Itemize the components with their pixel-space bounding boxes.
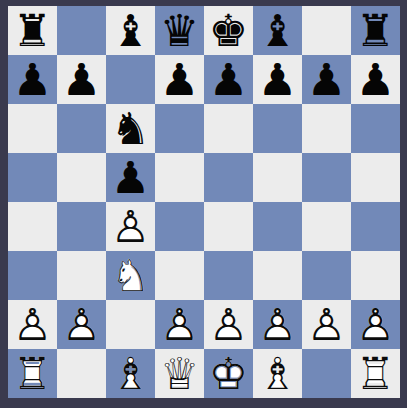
piece-outline-layer: ♙ <box>351 300 400 349</box>
square-h1[interactable]: ♜♖ <box>351 349 400 398</box>
square-d8[interactable]: ♛ <box>155 6 204 55</box>
black-bishop-piece[interactable]: ♝ <box>106 6 155 55</box>
piece-fill-layer: ♟ <box>204 55 253 104</box>
square-b8[interactable] <box>57 6 106 55</box>
black-pawn-piece[interactable]: ♟ <box>302 55 351 104</box>
square-d5[interactable] <box>155 153 204 202</box>
piece-outline-layer: ♙ <box>204 300 253 349</box>
piece-outline-layer: ♘ <box>106 251 155 300</box>
white-pawn-piece[interactable]: ♟♙ <box>155 300 204 349</box>
square-f6[interactable] <box>253 104 302 153</box>
square-e5[interactable] <box>204 153 253 202</box>
white-knight-piece[interactable]: ♞♘ <box>106 251 155 300</box>
white-pawn-piece[interactable]: ♟♙ <box>8 300 57 349</box>
piece-outline-layer: ♖ <box>8 349 57 398</box>
white-pawn-piece[interactable]: ♟♙ <box>57 300 106 349</box>
square-b6[interactable] <box>57 104 106 153</box>
piece-outline-layer: ♖ <box>351 349 400 398</box>
black-bishop-piece[interactable]: ♝ <box>253 6 302 55</box>
square-f5[interactable] <box>253 153 302 202</box>
square-d4[interactable] <box>155 202 204 251</box>
square-f7[interactable]: ♟ <box>253 55 302 104</box>
white-king-piece[interactable]: ♚♔ <box>204 349 253 398</box>
square-b3[interactable] <box>57 251 106 300</box>
square-g3[interactable] <box>302 251 351 300</box>
black-rook-piece[interactable]: ♜ <box>351 6 400 55</box>
black-pawn-piece[interactable]: ♟ <box>351 55 400 104</box>
piece-outline-layer: ♙ <box>57 300 106 349</box>
black-knight-piece[interactable]: ♞ <box>106 104 155 153</box>
square-d3[interactable] <box>155 251 204 300</box>
white-queen-piece[interactable]: ♛♕ <box>155 349 204 398</box>
white-pawn-piece[interactable]: ♟♙ <box>106 202 155 251</box>
square-d1[interactable]: ♛♕ <box>155 349 204 398</box>
square-g2[interactable]: ♟♙ <box>302 300 351 349</box>
square-e7[interactable]: ♟ <box>204 55 253 104</box>
black-pawn-piece[interactable]: ♟ <box>57 55 106 104</box>
square-c2[interactable] <box>106 300 155 349</box>
square-g4[interactable] <box>302 202 351 251</box>
piece-fill-layer: ♟ <box>302 55 351 104</box>
square-e6[interactable] <box>204 104 253 153</box>
square-a1[interactable]: ♜♖ <box>8 349 57 398</box>
white-bishop-piece[interactable]: ♝♗ <box>106 349 155 398</box>
square-e2[interactable]: ♟♙ <box>204 300 253 349</box>
square-g1[interactable] <box>302 349 351 398</box>
piece-outline-layer: ♙ <box>106 202 155 251</box>
square-a4[interactable] <box>8 202 57 251</box>
square-g6[interactable] <box>302 104 351 153</box>
white-bishop-piece[interactable]: ♝♗ <box>253 349 302 398</box>
piece-outline-layer: ♙ <box>253 300 302 349</box>
square-h5[interactable] <box>351 153 400 202</box>
black-pawn-piece[interactable]: ♟ <box>8 55 57 104</box>
square-a2[interactable]: ♟♙ <box>8 300 57 349</box>
piece-fill-layer: ♚ <box>204 6 253 55</box>
black-pawn-piece[interactable]: ♟ <box>155 55 204 104</box>
square-a6[interactable] <box>8 104 57 153</box>
square-e1[interactable]: ♚♔ <box>204 349 253 398</box>
square-f8[interactable]: ♝ <box>253 6 302 55</box>
square-h4[interactable] <box>351 202 400 251</box>
white-pawn-piece[interactable]: ♟♙ <box>204 300 253 349</box>
square-h3[interactable] <box>351 251 400 300</box>
square-c6[interactable]: ♞ <box>106 104 155 153</box>
square-c7[interactable] <box>106 55 155 104</box>
square-h2[interactable]: ♟♙ <box>351 300 400 349</box>
square-f4[interactable] <box>253 202 302 251</box>
square-b7[interactable]: ♟ <box>57 55 106 104</box>
piece-outline-layer: ♙ <box>8 300 57 349</box>
white-pawn-piece[interactable]: ♟♙ <box>253 300 302 349</box>
piece-outline-layer: ♗ <box>106 349 155 398</box>
piece-outline-layer: ♗ <box>253 349 302 398</box>
piece-fill-layer: ♞ <box>106 104 155 153</box>
piece-outline-layer: ♕ <box>155 349 204 398</box>
square-g5[interactable] <box>302 153 351 202</box>
square-b5[interactable] <box>57 153 106 202</box>
white-rook-piece[interactable]: ♜♖ <box>8 349 57 398</box>
square-d2[interactable]: ♟♙ <box>155 300 204 349</box>
square-f1[interactable]: ♝♗ <box>253 349 302 398</box>
piece-fill-layer: ♝ <box>106 6 155 55</box>
white-pawn-piece[interactable]: ♟♙ <box>302 300 351 349</box>
square-g7[interactable]: ♟ <box>302 55 351 104</box>
piece-fill-layer: ♟ <box>155 55 204 104</box>
square-c3[interactable]: ♞♘ <box>106 251 155 300</box>
square-h7[interactable]: ♟ <box>351 55 400 104</box>
square-g8[interactable] <box>302 6 351 55</box>
black-pawn-piece[interactable]: ♟ <box>106 153 155 202</box>
square-d6[interactable] <box>155 104 204 153</box>
square-a3[interactable] <box>8 251 57 300</box>
square-c8[interactable]: ♝ <box>106 6 155 55</box>
square-c1[interactable]: ♝♗ <box>106 349 155 398</box>
piece-fill-layer: ♜ <box>8 6 57 55</box>
square-c4[interactable]: ♟♙ <box>106 202 155 251</box>
black-queen-piece[interactable]: ♛ <box>155 6 204 55</box>
piece-fill-layer: ♟ <box>351 55 400 104</box>
square-d7[interactable]: ♟ <box>155 55 204 104</box>
square-a7[interactable]: ♟ <box>8 55 57 104</box>
black-pawn-piece[interactable]: ♟ <box>253 55 302 104</box>
piece-outline-layer: ♔ <box>204 349 253 398</box>
black-king-piece[interactable]: ♚ <box>204 6 253 55</box>
square-e8[interactable]: ♚ <box>204 6 253 55</box>
piece-outline-layer: ♙ <box>155 300 204 349</box>
black-pawn-piece[interactable]: ♟ <box>204 55 253 104</box>
white-rook-piece[interactable]: ♜♖ <box>351 349 400 398</box>
square-b2[interactable]: ♟♙ <box>57 300 106 349</box>
white-pawn-piece[interactable]: ♟♙ <box>351 300 400 349</box>
square-a5[interactable] <box>8 153 57 202</box>
square-a8[interactable]: ♜ <box>8 6 57 55</box>
chess-board: ♜♝♛♚♝♜♟♟♟♟♟♟♟♞♟♟♙♞♘♟♙♟♙♟♙♟♙♟♙♟♙♟♙♜♖♝♗♛♕♚… <box>8 6 400 398</box>
black-rook-piece[interactable]: ♜ <box>8 6 57 55</box>
square-e3[interactable] <box>204 251 253 300</box>
square-b4[interactable] <box>57 202 106 251</box>
piece-fill-layer: ♟ <box>106 153 155 202</box>
square-e4[interactable] <box>204 202 253 251</box>
piece-fill-layer: ♟ <box>253 55 302 104</box>
piece-fill-layer: ♝ <box>253 6 302 55</box>
piece-fill-layer: ♜ <box>351 6 400 55</box>
piece-fill-layer: ♛ <box>155 6 204 55</box>
square-h8[interactable]: ♜ <box>351 6 400 55</box>
square-f3[interactable] <box>253 251 302 300</box>
piece-fill-layer: ♟ <box>57 55 106 104</box>
chess-board-frame: ♜♝♛♚♝♜♟♟♟♟♟♟♟♞♟♟♙♞♘♟♙♟♙♟♙♟♙♟♙♟♙♟♙♜♖♝♗♛♕♚… <box>0 0 407 408</box>
square-h6[interactable] <box>351 104 400 153</box>
square-c5[interactable]: ♟ <box>106 153 155 202</box>
piece-outline-layer: ♙ <box>302 300 351 349</box>
piece-fill-layer: ♟ <box>8 55 57 104</box>
square-f2[interactable]: ♟♙ <box>253 300 302 349</box>
square-b1[interactable] <box>57 349 106 398</box>
